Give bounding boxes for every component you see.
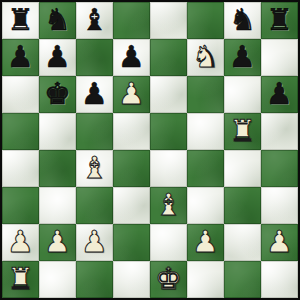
- square-h7[interactable]: [261, 39, 298, 76]
- square-e2[interactable]: [150, 224, 187, 261]
- square-h1[interactable]: [261, 261, 298, 298]
- square-d6[interactable]: ♟: [113, 76, 150, 113]
- square-b5[interactable]: [39, 113, 76, 150]
- piece-black-pawn-b7[interactable]: ♟: [44, 42, 71, 72]
- square-c2[interactable]: ♟: [76, 224, 113, 261]
- square-a7[interactable]: ♟: [2, 39, 39, 76]
- square-c1[interactable]: [76, 261, 113, 298]
- square-e5[interactable]: [150, 113, 187, 150]
- square-c7[interactable]: [76, 39, 113, 76]
- square-h2[interactable]: ♟: [261, 224, 298, 261]
- piece-black-pawn-g7[interactable]: ♟: [229, 42, 256, 72]
- square-b8[interactable]: ♞: [39, 2, 76, 39]
- piece-white-knight-f7[interactable]: ♞: [192, 42, 219, 72]
- square-a3[interactable]: [2, 187, 39, 224]
- square-f1[interactable]: [187, 261, 224, 298]
- piece-black-pawn-h6[interactable]: ♟: [266, 79, 293, 109]
- square-g5[interactable]: ♜: [224, 113, 261, 150]
- piece-white-king-e1[interactable]: ♚: [155, 264, 182, 294]
- square-g2[interactable]: [224, 224, 261, 261]
- square-c3[interactable]: [76, 187, 113, 224]
- piece-white-pawn-a2[interactable]: ♟: [7, 227, 34, 257]
- square-h3[interactable]: [261, 187, 298, 224]
- square-c5[interactable]: [76, 113, 113, 150]
- square-h4[interactable]: [261, 150, 298, 187]
- piece-black-pawn-c6[interactable]: ♟: [81, 79, 108, 109]
- square-d4[interactable]: [113, 150, 150, 187]
- square-a2[interactable]: ♟: [2, 224, 39, 261]
- square-f5[interactable]: [187, 113, 224, 150]
- square-c4[interactable]: ♝: [76, 150, 113, 187]
- square-f3[interactable]: [187, 187, 224, 224]
- square-d7[interactable]: ♟: [113, 39, 150, 76]
- square-e8[interactable]: [150, 2, 187, 39]
- square-g8[interactable]: ♞: [224, 2, 261, 39]
- square-d5[interactable]: [113, 113, 150, 150]
- piece-white-rook-a1[interactable]: ♜: [7, 264, 34, 294]
- square-d3[interactable]: [113, 187, 150, 224]
- square-e4[interactable]: [150, 150, 187, 187]
- square-e6[interactable]: [150, 76, 187, 113]
- square-g1[interactable]: [224, 261, 261, 298]
- piece-white-bishop-e3[interactable]: ♝: [155, 190, 182, 220]
- square-a8[interactable]: ♜: [2, 2, 39, 39]
- square-a1[interactable]: ♜: [2, 261, 39, 298]
- piece-white-pawn-d6[interactable]: ♟: [118, 79, 145, 109]
- square-a6[interactable]: [2, 76, 39, 113]
- square-e3[interactable]: ♝: [150, 187, 187, 224]
- chess-app-window: ♜♞♝♞♜♟♟♟♞♟♚♟♟♟♜♝♝♟♟♟♟♟♜♚: [0, 0, 300, 300]
- square-d1[interactable]: [113, 261, 150, 298]
- square-f8[interactable]: [187, 2, 224, 39]
- square-f4[interactable]: [187, 150, 224, 187]
- square-d2[interactable]: [113, 224, 150, 261]
- square-g7[interactable]: ♟: [224, 39, 261, 76]
- square-g6[interactable]: [224, 76, 261, 113]
- piece-white-bishop-c4[interactable]: ♝: [81, 153, 108, 183]
- square-f2[interactable]: ♟: [187, 224, 224, 261]
- piece-black-pawn-d7[interactable]: ♟: [118, 42, 145, 72]
- piece-white-pawn-f2[interactable]: ♟: [192, 227, 219, 257]
- piece-white-pawn-h2[interactable]: ♟: [266, 227, 293, 257]
- piece-white-rook-g5[interactable]: ♜: [229, 116, 256, 146]
- piece-white-pawn-c2[interactable]: ♟: [81, 227, 108, 257]
- square-a5[interactable]: [2, 113, 39, 150]
- piece-black-king-b6[interactable]: ♚: [44, 79, 71, 109]
- piece-black-rook-h8[interactable]: ♜: [266, 5, 293, 35]
- square-a4[interactable]: [2, 150, 39, 187]
- piece-black-knight-g8[interactable]: ♞: [229, 5, 256, 35]
- square-h6[interactable]: ♟: [261, 76, 298, 113]
- square-e7[interactable]: [150, 39, 187, 76]
- square-b4[interactable]: [39, 150, 76, 187]
- square-b7[interactable]: ♟: [39, 39, 76, 76]
- piece-white-pawn-b2[interactable]: ♟: [44, 227, 71, 257]
- piece-black-knight-b8[interactable]: ♞: [44, 5, 71, 35]
- square-g3[interactable]: [224, 187, 261, 224]
- square-c8[interactable]: ♝: [76, 2, 113, 39]
- square-f7[interactable]: ♞: [187, 39, 224, 76]
- square-h5[interactable]: [261, 113, 298, 150]
- square-f6[interactable]: [187, 76, 224, 113]
- square-g4[interactable]: [224, 150, 261, 187]
- square-b2[interactable]: ♟: [39, 224, 76, 261]
- piece-black-rook-a8[interactable]: ♜: [7, 5, 34, 35]
- piece-black-pawn-a7[interactable]: ♟: [7, 42, 34, 72]
- square-h8[interactable]: ♜: [261, 2, 298, 39]
- square-b3[interactable]: [39, 187, 76, 224]
- square-b6[interactable]: ♚: [39, 76, 76, 113]
- piece-black-bishop-c8[interactable]: ♝: [81, 5, 108, 35]
- square-c6[interactable]: ♟: [76, 76, 113, 113]
- square-e1[interactable]: ♚: [150, 261, 187, 298]
- square-d8[interactable]: [113, 2, 150, 39]
- square-b1[interactable]: [39, 261, 76, 298]
- chess-board: ♜♞♝♞♜♟♟♟♞♟♚♟♟♟♜♝♝♟♟♟♟♟♜♚: [0, 0, 300, 300]
